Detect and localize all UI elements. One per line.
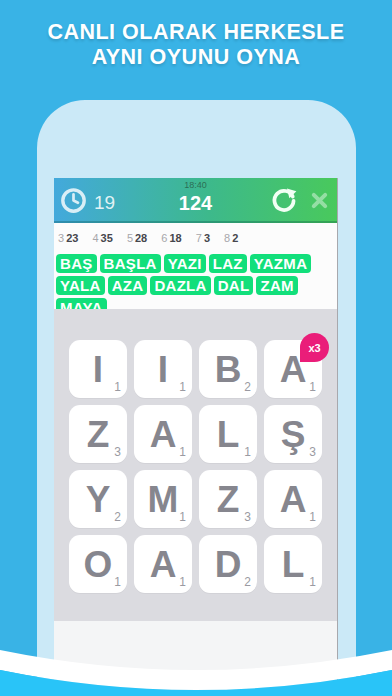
game-screen: 18:40 19 124 <box>54 178 338 696</box>
tile-r2c3[interactable]: L1 <box>199 405 257 463</box>
tile-r3c4[interactable]: A1 <box>264 470 322 528</box>
tile-r2c4[interactable]: Ş3 <box>264 405 322 463</box>
found-word-chip: DAL <box>214 276 254 295</box>
bottom-wave-decoration <box>0 620 392 696</box>
found-word-chip: ZAM <box>256 276 297 295</box>
found-word-chip: YAZMA <box>250 254 311 273</box>
hero-line-2: AYNI OYUNU OYNA <box>0 45 392 70</box>
tile-r4c4[interactable]: L1 <box>264 535 322 593</box>
tile-r3c3[interactable]: Z3 <box>199 470 257 528</box>
length-count: 435 <box>92 232 112 244</box>
multiplier-badge-x3: x3 <box>300 333 329 362</box>
header-actions <box>270 186 329 214</box>
tile-r4c1[interactable]: O1 <box>69 535 127 593</box>
length-count: 323 <box>58 232 78 244</box>
refresh-icon <box>270 202 298 217</box>
length-count: 528 <box>127 232 147 244</box>
hero-line-1: CANLI OLARAK HERKESLE <box>0 20 392 45</box>
tile-r1c4[interactable]: A1x3 <box>264 340 322 398</box>
tile-r3c1[interactable]: Y2 <box>69 470 127 528</box>
length-count: 73 <box>196 232 210 244</box>
word-length-counts: 323 435 528 618 73 82 <box>58 232 337 244</box>
game-header: 18:40 19 124 <box>54 178 337 223</box>
letter-grid: I1 I1 B2 A1x3 Z3 A1 L1 Ş3 Y2 M1 Z3 A1 O1… <box>54 309 337 621</box>
phone-mockup: 18:40 19 124 <box>37 100 356 696</box>
length-count: 618 <box>161 232 181 244</box>
close-button[interactable] <box>310 191 329 210</box>
found-word-chip: LAZ <box>209 254 247 273</box>
close-icon <box>310 198 329 213</box>
found-word-chip: MAYA <box>56 298 107 309</box>
found-word-chip: YAZI <box>164 254 206 273</box>
tile-r1c2[interactable]: I1 <box>134 340 192 398</box>
found-words-list: BAŞ BAŞLA YAZI LAZ YAZMA YALA AZA DAZLA … <box>56 254 335 309</box>
found-word-chip: AZA <box>108 276 148 295</box>
tile-r1c3[interactable]: B2 <box>199 340 257 398</box>
found-words-panel: 323 435 528 618 73 82 BAŞ BAŞLA YAZI LAZ… <box>54 223 337 309</box>
found-word-chip: BAŞLA <box>100 254 161 273</box>
found-word-chip: YALA <box>56 276 105 295</box>
hero-tagline: CANLI OLARAK HERKESLE AYNI OYUNU OYNA <box>0 20 392 70</box>
tile-r4c3[interactable]: D2 <box>199 535 257 593</box>
refresh-button[interactable] <box>270 186 298 214</box>
tile-r2c1[interactable]: Z3 <box>69 405 127 463</box>
found-word-chip: BAŞ <box>56 254 97 273</box>
tile-r2c2[interactable]: A1 <box>134 405 192 463</box>
tile-r1c1[interactable]: I1 <box>69 340 127 398</box>
tile-r4c2[interactable]: A1 <box>134 535 192 593</box>
found-word-chip: DAZLA <box>150 276 210 295</box>
tile-r3c2[interactable]: M1 <box>134 470 192 528</box>
letter-grid-area: I1 I1 B2 A1x3 Z3 A1 L1 Ş3 Y2 M1 Z3 A1 O1… <box>54 309 337 621</box>
length-count: 82 <box>224 232 238 244</box>
